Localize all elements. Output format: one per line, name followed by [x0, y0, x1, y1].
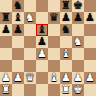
square-f7[interactable]: ♟ [60, 12, 72, 24]
white-bishop-piece: ♝ [49, 72, 59, 84]
white-pawn-piece: ♟ [37, 48, 47, 60]
white-knight-piece: ♞ [73, 36, 83, 48]
square-h5[interactable] [84, 36, 96, 48]
white-knight-piece: ♞ [25, 12, 35, 24]
square-h7[interactable]: ♟ [84, 12, 96, 24]
square-f8[interactable]: ♜ [60, 0, 72, 12]
square-g5[interactable]: ♞ [72, 36, 84, 48]
white-bishop-piece: ♝ [61, 48, 71, 60]
square-e8[interactable] [48, 0, 60, 12]
square-a2[interactable]: ♟ [0, 72, 12, 84]
black-knight-piece: ♞ [13, 0, 23, 12]
square-d4[interactable]: ♟ [36, 48, 48, 60]
square-b3[interactable] [12, 60, 24, 72]
white-pawn-piece: ♟ [61, 72, 71, 84]
square-d7[interactable] [36, 12, 48, 24]
square-d5[interactable]: ♟ [36, 36, 48, 48]
square-g8[interactable]: ♚ [72, 0, 84, 12]
black-bishop-piece: ♝ [13, 12, 23, 24]
square-d8[interactable] [36, 0, 48, 12]
square-a7[interactable]: ♜ [0, 12, 12, 24]
black-rook-piece: ♜ [1, 12, 11, 24]
square-e3[interactable] [48, 60, 60, 72]
black-queen-piece: ♛ [49, 12, 59, 24]
square-e7[interactable]: ♛ [48, 12, 60, 24]
square-c1[interactable] [24, 84, 36, 96]
square-h8[interactable] [84, 0, 96, 12]
square-f1[interactable]: ♜ [60, 84, 72, 96]
square-g3[interactable] [72, 60, 84, 72]
black-pawn-piece: ♟ [85, 12, 95, 24]
square-b2[interactable]: ♟ [12, 72, 24, 84]
black-pawn-piece: ♟ [1, 24, 11, 36]
square-e5[interactable] [48, 36, 60, 48]
square-f2[interactable]: ♟ [60, 72, 72, 84]
square-c4[interactable] [24, 48, 36, 60]
square-g6[interactable] [72, 24, 84, 36]
square-c6[interactable] [24, 24, 36, 36]
square-e1[interactable] [48, 84, 60, 96]
white-rook-piece: ♜ [1, 84, 11, 96]
black-king-piece: ♚ [73, 0, 83, 12]
square-f6[interactable]: ♞ [60, 24, 72, 36]
square-c2[interactable]: ♛ [24, 72, 36, 84]
square-e6[interactable] [48, 24, 60, 36]
square-h3[interactable] [84, 60, 96, 72]
square-h4[interactable] [84, 48, 96, 60]
black-bishop-piece: ♝ [37, 24, 47, 36]
square-a5[interactable] [0, 36, 12, 48]
square-e2[interactable]: ♝ [48, 72, 60, 84]
square-a4[interactable] [0, 48, 12, 60]
square-c3[interactable] [24, 60, 36, 72]
white-king-piece: ♚ [73, 84, 83, 96]
square-b1[interactable] [12, 84, 24, 96]
square-f4[interactable]: ♝ [60, 48, 72, 60]
square-h1[interactable] [84, 84, 96, 96]
square-a1[interactable]: ♜ [0, 84, 12, 96]
square-b5[interactable] [12, 36, 24, 48]
square-g1[interactable]: ♚ [72, 84, 84, 96]
white-pawn-piece: ♟ [1, 72, 11, 84]
black-pawn-piece: ♟ [37, 36, 47, 48]
square-a8[interactable] [0, 0, 12, 12]
square-d2[interactable] [36, 72, 48, 84]
square-d1[interactable] [36, 84, 48, 96]
square-g4[interactable] [72, 48, 84, 60]
white-pawn-piece: ♟ [73, 72, 83, 84]
square-d6[interactable]: ♝ [36, 24, 48, 36]
square-h6[interactable] [84, 24, 96, 36]
white-rook-piece: ♜ [61, 84, 71, 96]
square-a6[interactable]: ♟ [0, 24, 12, 36]
black-knight-piece: ♞ [61, 24, 71, 36]
black-pawn-piece: ♟ [13, 24, 23, 36]
black-pawn-piece: ♟ [73, 12, 83, 24]
white-pawn-piece: ♟ [85, 72, 95, 84]
square-d3[interactable] [36, 60, 48, 72]
square-b7[interactable]: ♝ [12, 12, 24, 24]
white-pawn-piece: ♟ [13, 72, 23, 84]
square-c5[interactable] [24, 36, 36, 48]
square-f3[interactable] [60, 60, 72, 72]
square-b6[interactable]: ♟ [12, 24, 24, 36]
square-c7[interactable]: ♞ [24, 12, 36, 24]
square-f5[interactable] [60, 36, 72, 48]
black-pawn-piece: ♟ [61, 12, 71, 24]
square-h2[interactable]: ♟ [84, 72, 96, 84]
square-c8[interactable] [24, 0, 36, 12]
square-e4[interactable] [48, 48, 60, 60]
chess-board: ♞♜♚♜♝♞♛♟♟♟♟♟♝♞♟♞♟♝♟♟♛♝♟♟♟♜♜♚ [0, 0, 96, 96]
square-b4[interactable] [12, 48, 24, 60]
white-queen-piece: ♛ [25, 72, 35, 84]
square-g2[interactable]: ♟ [72, 72, 84, 84]
square-g7[interactable]: ♟ [72, 12, 84, 24]
square-a3[interactable] [0, 60, 12, 72]
square-b8[interactable]: ♞ [12, 0, 24, 12]
black-rook-piece: ♜ [61, 0, 71, 12]
